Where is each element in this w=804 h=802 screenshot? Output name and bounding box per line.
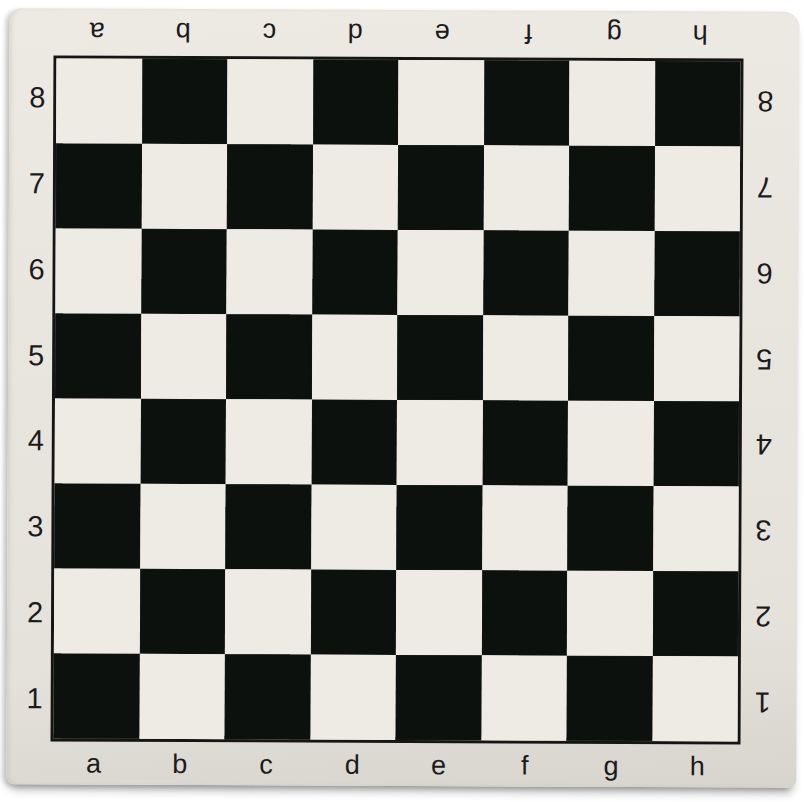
square-f8[interactable] (484, 60, 570, 145)
square-h2[interactable] (652, 571, 738, 656)
square-h7[interactable] (654, 146, 740, 231)
top-file-label-f: f (524, 17, 532, 48)
chess-board (50, 55, 743, 744)
square-f7[interactable] (483, 145, 569, 230)
top-file-label-h: h (693, 18, 708, 49)
right-rank-label-4: 4 (756, 428, 772, 461)
square-d3[interactable] (311, 485, 397, 570)
square-a7[interactable] (56, 143, 142, 228)
right-rank-label-5: 5 (756, 342, 772, 375)
square-g3[interactable] (567, 486, 653, 571)
bottom-file-label-f: f (521, 751, 529, 782)
square-d7[interactable] (312, 145, 398, 230)
photo-background: abcdefgh 87654321 87654321 abcdefgh (0, 0, 804, 802)
top-file-label-b: b (175, 16, 190, 47)
left-rank-label-3: 3 (27, 510, 43, 543)
bottom-file-label-c: c (259, 749, 273, 780)
square-a5[interactable] (55, 313, 141, 398)
square-b5[interactable] (140, 314, 226, 399)
square-c4[interactable] (226, 399, 312, 484)
square-h3[interactable] (653, 486, 739, 571)
square-e8[interactable] (398, 60, 484, 145)
square-e6[interactable] (397, 230, 483, 315)
square-e2[interactable] (396, 570, 482, 655)
right-rank-label-2: 2 (755, 599, 771, 632)
square-g8[interactable] (569, 61, 655, 146)
left-rank-label-6: 6 (28, 253, 44, 286)
square-g1[interactable] (567, 656, 653, 741)
bottom-file-label-g: g (603, 751, 618, 782)
right-rank-label-3: 3 (755, 514, 771, 547)
square-g7[interactable] (569, 146, 655, 231)
square-d5[interactable] (311, 315, 397, 400)
left-rank-labels: 87654321 (6, 55, 53, 741)
square-b6[interactable] (141, 229, 227, 314)
right-rank-labels: 87654321 (740, 58, 799, 744)
square-b2[interactable] (139, 569, 225, 654)
right-rank-label-1: 1 (755, 685, 771, 718)
square-d1[interactable] (310, 655, 396, 740)
square-a3[interactable] (54, 483, 140, 568)
square-a1[interactable] (54, 653, 140, 738)
square-h1[interactable] (652, 656, 738, 741)
square-h6[interactable] (654, 231, 740, 316)
square-g5[interactable] (568, 316, 654, 401)
square-f3[interactable] (482, 485, 568, 570)
square-f4[interactable] (482, 400, 568, 485)
top-file-label-e: e (434, 17, 449, 48)
square-b7[interactable] (141, 144, 227, 229)
left-rank-label-4: 4 (28, 425, 44, 458)
right-rank-label-8: 8 (757, 85, 773, 118)
square-a6[interactable] (55, 228, 141, 313)
left-rank-label-2: 2 (27, 596, 43, 629)
square-b8[interactable] (142, 59, 228, 144)
right-rank-label-7: 7 (757, 171, 773, 204)
square-b1[interactable] (139, 654, 225, 739)
square-d8[interactable] (313, 60, 399, 145)
square-h5[interactable] (653, 316, 739, 401)
square-h4[interactable] (653, 401, 739, 486)
left-rank-label-7: 7 (29, 167, 45, 200)
square-a2[interactable] (54, 568, 140, 653)
mat-layout: abcdefgh 87654321 87654321 abcdefgh (6, 8, 799, 787)
right-rank-label-6: 6 (756, 256, 772, 289)
square-a4[interactable] (55, 398, 141, 483)
square-d4[interactable] (311, 400, 397, 485)
square-c6[interactable] (226, 229, 312, 314)
square-e1[interactable] (396, 655, 482, 740)
left-rank-label-8: 8 (29, 82, 45, 115)
top-file-label-a: a (89, 15, 104, 46)
chess-board-mat: abcdefgh 87654321 87654321 abcdefgh (6, 8, 799, 787)
bottom-file-label-e: e (431, 750, 446, 781)
square-e7[interactable] (398, 145, 484, 230)
square-d2[interactable] (310, 570, 396, 655)
bottom-file-label-d: d (345, 750, 360, 781)
square-a8[interactable] (56, 58, 142, 143)
top-file-label-d: d (348, 16, 363, 47)
square-g6[interactable] (568, 231, 654, 316)
bottom-file-label-b: b (172, 749, 187, 780)
left-rank-label-1: 1 (27, 682, 43, 715)
square-f1[interactable] (481, 655, 567, 740)
bottom-file-label-a: a (86, 749, 101, 780)
square-e3[interactable] (396, 485, 482, 570)
square-c8[interactable] (227, 59, 313, 144)
square-b3[interactable] (140, 484, 226, 569)
square-c2[interactable] (225, 569, 311, 654)
top-file-labels: abcdefgh (53, 8, 743, 58)
bottom-file-label-h: h (690, 751, 705, 782)
top-file-label-g: g (607, 17, 622, 48)
square-g2[interactable] (567, 571, 653, 656)
top-file-label-c: c (262, 16, 276, 47)
square-c5[interactable] (226, 314, 312, 399)
square-e5[interactable] (397, 315, 483, 400)
square-f6[interactable] (483, 230, 569, 315)
square-h8[interactable] (655, 61, 741, 146)
square-e4[interactable] (397, 400, 483, 485)
bottom-file-labels: abcdefgh (50, 741, 740, 787)
square-c1[interactable] (225, 654, 311, 739)
square-c7[interactable] (227, 144, 313, 229)
square-f2[interactable] (481, 570, 567, 655)
square-b4[interactable] (140, 399, 226, 484)
square-f5[interactable] (482, 315, 568, 400)
square-d6[interactable] (312, 230, 398, 315)
left-rank-label-5: 5 (28, 339, 44, 372)
square-c3[interactable] (225, 484, 311, 569)
square-g4[interactable] (568, 401, 654, 486)
